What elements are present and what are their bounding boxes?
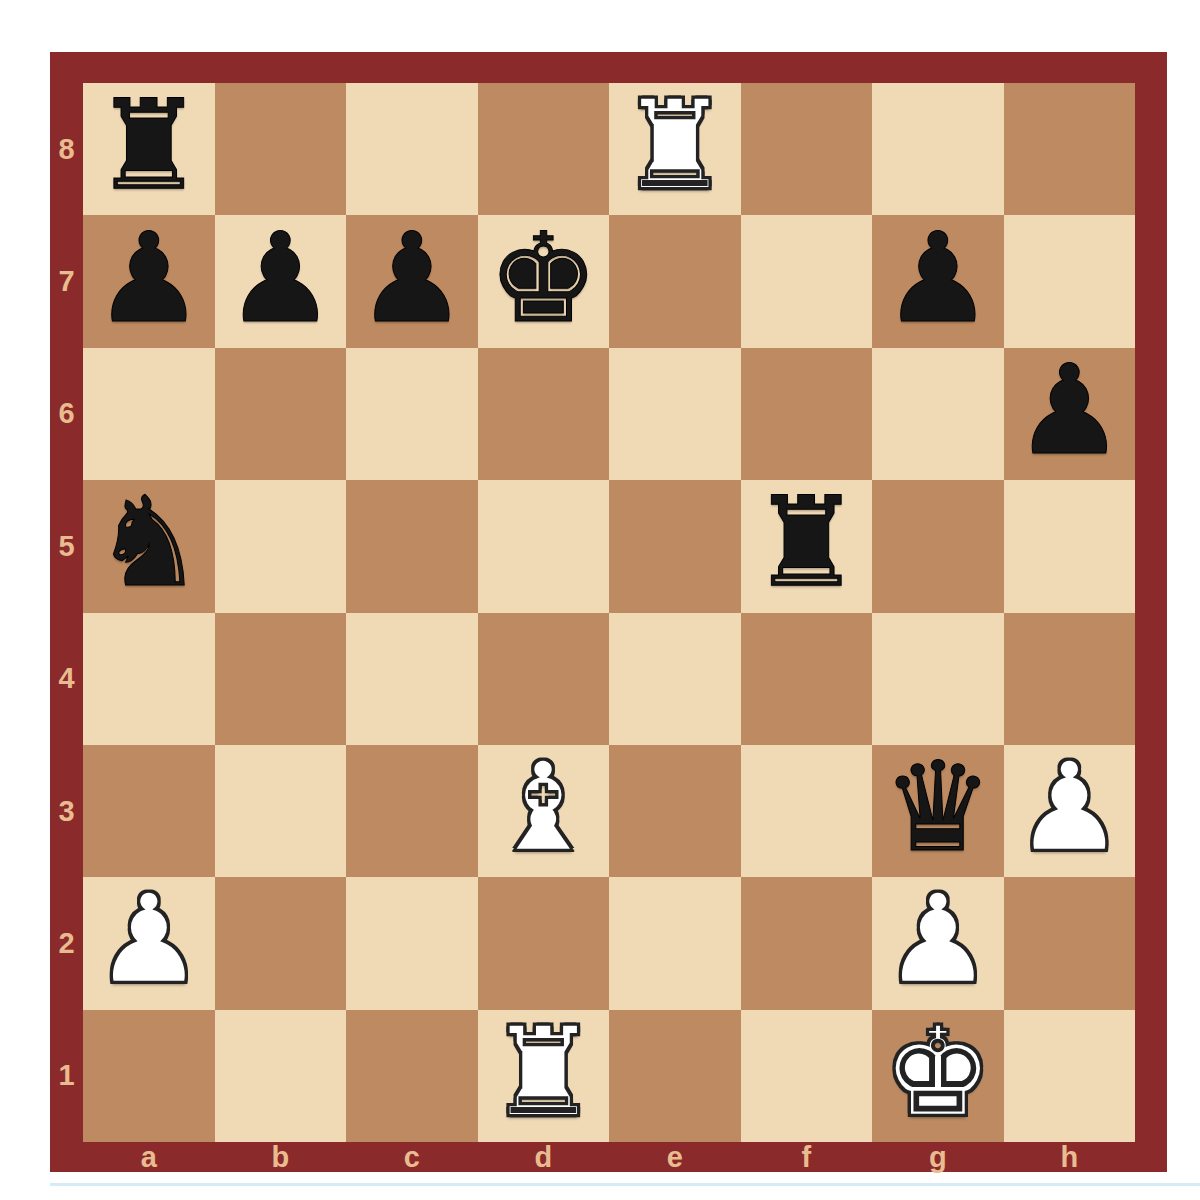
square-f8[interactable] (741, 83, 873, 215)
black-rook[interactable]: ♜ (751, 476, 862, 608)
square-g6[interactable] (872, 348, 1004, 480)
square-d2[interactable] (478, 877, 610, 1009)
square-c1[interactable] (346, 1010, 478, 1142)
square-b5[interactable] (215, 480, 347, 612)
rank-label-7: 7 (50, 215, 83, 347)
square-c6[interactable] (346, 348, 478, 480)
square-e5[interactable] (609, 480, 741, 612)
square-c7[interactable]: ♟ (346, 215, 478, 347)
square-e7[interactable] (609, 215, 741, 347)
square-a8[interactable]: ♜ (83, 83, 215, 215)
square-a3[interactable] (83, 745, 215, 877)
square-f2[interactable] (741, 877, 873, 1009)
square-g5[interactable] (872, 480, 1004, 612)
file-label-h: h (1004, 1142, 1136, 1172)
square-f3[interactable] (741, 745, 873, 877)
square-e4[interactable] (609, 613, 741, 745)
board-grid: ♜♜♟♟♟♚♟♟♞♜♝♛♟♟♟♜♚ (83, 83, 1135, 1142)
file-label-b: b (215, 1142, 347, 1172)
square-g4[interactable] (872, 613, 1004, 745)
square-h2[interactable] (1004, 877, 1136, 1009)
rank-label-1: 1 (50, 1010, 83, 1142)
file-label-a: a (83, 1142, 215, 1172)
square-a6[interactable] (83, 348, 215, 480)
square-f6[interactable] (741, 348, 873, 480)
square-f4[interactable] (741, 613, 873, 745)
white-rook[interactable]: ♜ (488, 1006, 599, 1138)
square-d6[interactable] (478, 348, 610, 480)
white-king[interactable]: ♚ (882, 1006, 993, 1138)
square-d5[interactable] (478, 480, 610, 612)
file-label-e: e (609, 1142, 741, 1172)
square-d3[interactable]: ♝ (478, 745, 610, 877)
square-b3[interactable] (215, 745, 347, 877)
square-b4[interactable] (215, 613, 347, 745)
square-a2[interactable]: ♟ (83, 877, 215, 1009)
black-rook[interactable]: ♜ (93, 79, 204, 211)
chess-board: ♜♜♟♟♟♚♟♟♞♜♝♛♟♟♟♜♚ 87654321abcdefgh (50, 52, 1167, 1172)
white-pawn[interactable]: ♟ (1014, 741, 1125, 873)
divider-line (50, 1183, 1200, 1186)
square-b8[interactable] (215, 83, 347, 215)
square-c3[interactable] (346, 745, 478, 877)
black-king[interactable]: ♚ (488, 212, 599, 344)
square-a1[interactable] (83, 1010, 215, 1142)
file-label-f: f (741, 1142, 873, 1172)
square-a4[interactable] (83, 613, 215, 745)
square-b6[interactable] (215, 348, 347, 480)
square-d4[interactable] (478, 613, 610, 745)
square-h3[interactable]: ♟ (1004, 745, 1136, 877)
square-h4[interactable] (1004, 613, 1136, 745)
square-h6[interactable]: ♟ (1004, 348, 1136, 480)
square-e8[interactable]: ♜ (609, 83, 741, 215)
white-pawn[interactable]: ♟ (882, 873, 993, 1005)
white-bishop[interactable]: ♝ (488, 741, 599, 873)
square-d1[interactable]: ♜ (478, 1010, 610, 1142)
black-pawn[interactable]: ♟ (882, 212, 993, 344)
black-pawn[interactable]: ♟ (356, 212, 467, 344)
square-b1[interactable] (215, 1010, 347, 1142)
page: ♜♜♟♟♟♚♟♟♞♜♝♛♟♟♟♜♚ 87654321abcdefgh (0, 0, 1200, 1200)
square-a7[interactable]: ♟ (83, 215, 215, 347)
rank-label-3: 3 (50, 745, 83, 877)
square-f5[interactable]: ♜ (741, 480, 873, 612)
file-label-g: g (872, 1142, 1004, 1172)
square-g7[interactable]: ♟ (872, 215, 1004, 347)
square-e6[interactable] (609, 348, 741, 480)
square-e1[interactable] (609, 1010, 741, 1142)
square-h1[interactable] (1004, 1010, 1136, 1142)
square-d8[interactable] (478, 83, 610, 215)
square-c2[interactable] (346, 877, 478, 1009)
square-d7[interactable]: ♚ (478, 215, 610, 347)
black-pawn[interactable]: ♟ (1014, 344, 1125, 476)
square-h5[interactable] (1004, 480, 1136, 612)
square-g3[interactable]: ♛ (872, 745, 1004, 877)
square-f7[interactable] (741, 215, 873, 347)
black-queen[interactable]: ♛ (882, 741, 993, 873)
rank-label-2: 2 (50, 877, 83, 1009)
white-pawn[interactable]: ♟ (93, 873, 204, 1005)
square-g1[interactable]: ♚ (872, 1010, 1004, 1142)
black-knight[interactable]: ♞ (93, 476, 204, 608)
black-pawn[interactable]: ♟ (225, 212, 336, 344)
rank-label-4: 4 (50, 613, 83, 745)
square-e3[interactable] (609, 745, 741, 877)
square-b7[interactable]: ♟ (215, 215, 347, 347)
black-pawn[interactable]: ♟ (93, 212, 204, 344)
file-label-d: d (478, 1142, 610, 1172)
square-c4[interactable] (346, 613, 478, 745)
file-label-c: c (346, 1142, 478, 1172)
square-g8[interactable] (872, 83, 1004, 215)
square-f1[interactable] (741, 1010, 873, 1142)
rank-label-8: 8 (50, 83, 83, 215)
square-b2[interactable] (215, 877, 347, 1009)
rank-label-6: 6 (50, 348, 83, 480)
square-h8[interactable] (1004, 83, 1136, 215)
white-rook[interactable]: ♜ (619, 79, 730, 211)
square-e2[interactable] (609, 877, 741, 1009)
square-g2[interactable]: ♟ (872, 877, 1004, 1009)
square-c8[interactable] (346, 83, 478, 215)
square-h7[interactable] (1004, 215, 1136, 347)
square-c5[interactable] (346, 480, 478, 612)
rank-label-5: 5 (50, 480, 83, 612)
square-a5[interactable]: ♞ (83, 480, 215, 612)
